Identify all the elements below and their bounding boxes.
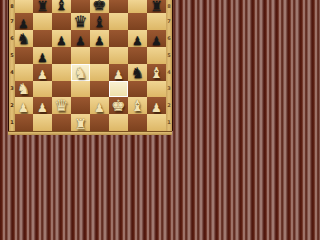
rank-label-right-5: 5: [166, 47, 172, 64]
square-c3[interactable]: [52, 81, 71, 98]
piece-black-pawn-e6[interactable]: ♟: [90, 35, 109, 47]
square-d5[interactable]: [71, 47, 90, 64]
square-d4[interactable]: ♞: [71, 64, 90, 81]
square-b5[interactable]: ♟: [33, 47, 52, 64]
square-b6[interactable]: [33, 30, 52, 47]
square-h8[interactable]: ♜: [147, 0, 166, 13]
square-a4[interactable]: [14, 64, 33, 81]
square-e8[interactable]: ♚: [90, 0, 109, 13]
piece-black-rook-h8[interactable]: ♜: [147, 0, 166, 13]
piece-black-pawn-a7[interactable]: ♟: [14, 18, 33, 30]
square-c5[interactable]: [52, 47, 71, 64]
square-d1[interactable]: ♜: [71, 114, 90, 131]
piece-black-pawn-g6[interactable]: ♟: [128, 35, 147, 47]
square-a8[interactable]: [14, 0, 33, 13]
board-frame-bottom: [8, 131, 172, 135]
square-c2[interactable]: ♛: [52, 97, 71, 114]
square-g3[interactable]: [128, 81, 147, 98]
square-b7[interactable]: [33, 13, 52, 30]
square-e6[interactable]: ♟: [90, 30, 109, 47]
square-b3[interactable]: [33, 81, 52, 98]
square-a5[interactable]: [14, 47, 33, 64]
piece-white-pawn-b2[interactable]: ♟: [33, 102, 52, 114]
square-h3[interactable]: [147, 81, 166, 98]
piece-black-pawn-b5[interactable]: ♟: [33, 52, 52, 64]
square-h4[interactable]: ♝: [147, 64, 166, 81]
square-b8[interactable]: ♜: [33, 0, 52, 13]
square-a3[interactable]: ♞: [14, 81, 33, 98]
piece-black-bishop-c8[interactable]: ♝: [52, 0, 71, 13]
piece-white-queen-c2[interactable]: ♛: [52, 98, 71, 114]
square-e1[interactable]: [90, 114, 109, 131]
rank-label-right-8: 8: [166, 0, 172, 13]
square-b2[interactable]: ♟: [33, 97, 52, 114]
square-a7[interactable]: ♟: [14, 13, 33, 30]
piece-white-king-f2[interactable]: ♚: [109, 98, 128, 114]
square-h2[interactable]: ♟: [147, 97, 166, 114]
chess-app-screenshot: { "game": "chess", "position": "1rb1k2r/…: [0, 0, 180, 135]
chess-board: ♜♝♚♜♟♛♝♞♟♟♟♟♟♟♟♞♟♞♝♞♟♟♛♟♚♝♟♜: [14, 0, 166, 131]
rank-labels-left: 87654321: [8, 0, 15, 131]
square-g2[interactable]: ♝: [128, 97, 147, 114]
piece-black-queen-d7[interactable]: ♛: [71, 14, 90, 30]
square-a6[interactable]: ♞: [14, 30, 33, 47]
square-d7[interactable]: ♛: [71, 13, 90, 30]
rank-label-right-2: 2: [166, 97, 172, 114]
piece-black-pawn-d6[interactable]: ♟: [71, 35, 90, 47]
square-f4[interactable]: ♟: [109, 64, 128, 81]
square-h1[interactable]: [147, 114, 166, 131]
square-f6[interactable]: [109, 30, 128, 47]
square-e7[interactable]: ♝: [90, 13, 109, 30]
rank-labels-right: 87654321: [166, 0, 173, 131]
square-g5[interactable]: [128, 47, 147, 64]
rank-label-left-6: 6: [9, 30, 15, 47]
piece-white-knight-d4[interactable]: ♞: [71, 66, 90, 81]
rank-label-left-1: 1: [9, 114, 15, 131]
rank-label-left-8: 8: [9, 0, 15, 13]
square-h5[interactable]: [147, 47, 166, 64]
rank-label-left-3: 3: [9, 81, 15, 98]
square-d3[interactable]: [71, 81, 90, 98]
piece-black-pawn-c6[interactable]: ♟: [52, 35, 71, 47]
piece-black-knight-a6[interactable]: ♞: [14, 32, 33, 47]
rank-label-right-4: 4: [166, 64, 172, 81]
square-a1[interactable]: [14, 114, 33, 131]
square-e4[interactable]: [90, 64, 109, 81]
piece-white-pawn-e2[interactable]: ♟: [90, 102, 109, 114]
piece-black-rook-b8[interactable]: ♜: [33, 0, 52, 13]
rank-label-left-4: 4: [9, 64, 15, 81]
square-f5[interactable]: [109, 47, 128, 64]
square-b1[interactable]: [33, 114, 52, 131]
rank-label-left-5: 5: [9, 47, 15, 64]
square-g1[interactable]: [128, 114, 147, 131]
rank-label-right-6: 6: [166, 30, 172, 47]
piece-black-pawn-h6[interactable]: ♟: [147, 35, 166, 47]
square-f3[interactable]: [109, 81, 128, 98]
piece-white-rook-d1[interactable]: ♜: [71, 117, 90, 131]
square-h7[interactable]: [147, 13, 166, 30]
piece-white-pawn-f4[interactable]: ♟: [109, 69, 128, 81]
piece-white-bishop-g2[interactable]: ♝: [128, 99, 147, 114]
square-a2[interactable]: ♟: [14, 97, 33, 114]
square-c1[interactable]: [52, 114, 71, 131]
rank-label-left-2: 2: [9, 97, 15, 114]
piece-black-knight-g4[interactable]: ♞: [128, 66, 147, 81]
square-g4[interactable]: ♞: [128, 64, 147, 81]
square-d2[interactable]: [71, 97, 90, 114]
square-c4[interactable]: [52, 64, 71, 81]
square-g8[interactable]: [128, 0, 147, 13]
rank-label-right-3: 3: [166, 81, 172, 98]
rank-label-right-1: 1: [166, 114, 172, 131]
square-f1[interactable]: [109, 114, 128, 131]
square-f7[interactable]: [109, 13, 128, 30]
square-c7[interactable]: [52, 13, 71, 30]
square-c8[interactable]: ♝: [52, 0, 71, 13]
square-h6[interactable]: ♟: [147, 30, 166, 47]
piece-black-king-e8[interactable]: ♚: [90, 0, 109, 13]
piece-white-pawn-b4[interactable]: ♟: [33, 69, 52, 81]
square-c6[interactable]: ♟: [52, 30, 71, 47]
piece-white-pawn-h2[interactable]: ♟: [147, 102, 166, 114]
piece-white-pawn-a2[interactable]: ♟: [14, 102, 33, 114]
square-e3[interactable]: [90, 81, 109, 98]
rank-label-left-7: 7: [9, 13, 15, 30]
square-g7[interactable]: [128, 13, 147, 30]
piece-white-knight-a3[interactable]: ♞: [14, 82, 33, 97]
piece-white-bishop-h4[interactable]: ♝: [147, 66, 166, 81]
rank-label-right-7: 7: [166, 13, 172, 30]
square-g6[interactable]: ♟: [128, 30, 147, 47]
square-f8[interactable]: [109, 0, 128, 13]
square-d6[interactable]: ♟: [71, 30, 90, 47]
square-e5[interactable]: [90, 47, 109, 64]
square-f2[interactable]: ♚: [109, 97, 128, 114]
piece-black-bishop-e7[interactable]: ♝: [90, 15, 109, 30]
square-b4[interactable]: ♟: [33, 64, 52, 81]
square-e2[interactable]: ♟: [90, 97, 109, 114]
